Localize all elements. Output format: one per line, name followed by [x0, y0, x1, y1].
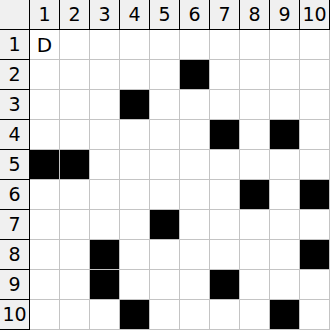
col-header-2: 2	[60, 0, 90, 30]
cell-r6-c2[interactable]	[60, 180, 90, 210]
cell-r1-c7[interactable]	[210, 30, 240, 60]
cell-r2-c5[interactable]	[150, 60, 180, 90]
col-header-5: 5	[150, 0, 180, 30]
col-header-4: 4	[120, 0, 150, 30]
cell-r5-c5[interactable]	[150, 150, 180, 180]
cell-r1-c8[interactable]	[240, 30, 270, 60]
cell-r3-c6[interactable]	[180, 90, 210, 120]
cell-r1-c9[interactable]	[270, 30, 300, 60]
cell-r5-c2[interactable]	[60, 150, 90, 180]
col-header-3: 3	[90, 0, 120, 30]
cell-r4-c1[interactable]	[30, 120, 60, 150]
cell-r5-c6[interactable]	[180, 150, 210, 180]
cell-r10-c9[interactable]	[270, 300, 300, 330]
cell-r6-c5[interactable]	[150, 180, 180, 210]
cell-r10-c4[interactable]	[120, 300, 150, 330]
cell-r4-c6[interactable]	[180, 120, 210, 150]
cell-r6-c9[interactable]	[270, 180, 300, 210]
cell-r1-c4[interactable]	[120, 30, 150, 60]
cell-r3-c7[interactable]	[210, 90, 240, 120]
row-header-8: 8	[0, 240, 30, 270]
cell-r7-c6[interactable]	[180, 210, 210, 240]
row-header-6: 6	[0, 180, 30, 210]
col-header-6: 6	[180, 0, 210, 30]
cell-r2-c2[interactable]	[60, 60, 90, 90]
cell-r10-c8[interactable]	[240, 300, 270, 330]
cell-r3-c2[interactable]	[60, 90, 90, 120]
cell-r3-c4[interactable]	[120, 90, 150, 120]
cell-r2-c8[interactable]	[240, 60, 270, 90]
cell-r8-c6[interactable]	[180, 240, 210, 270]
cell-r7-c2[interactable]	[60, 210, 90, 240]
cell-r6-c10[interactable]	[300, 180, 330, 210]
cell-r6-c8[interactable]	[240, 180, 270, 210]
cell-r3-c10[interactable]	[300, 90, 330, 120]
cell-r4-c5[interactable]	[150, 120, 180, 150]
cell-r7-c7[interactable]	[210, 210, 240, 240]
cell-r9-c7[interactable]	[210, 270, 240, 300]
cell-r1-c1[interactable]: D	[30, 30, 60, 60]
cell-r2-c6[interactable]	[180, 60, 210, 90]
cell-r7-c3[interactable]	[90, 210, 120, 240]
cell-r7-c1[interactable]	[30, 210, 60, 240]
row-header-10: 10	[0, 300, 30, 330]
cell-r2-c7[interactable]	[210, 60, 240, 90]
cell-r2-c3[interactable]	[90, 60, 120, 90]
cell-r4-c8[interactable]	[240, 120, 270, 150]
cell-r2-c1[interactable]	[30, 60, 60, 90]
cell-r5-c9[interactable]	[270, 150, 300, 180]
cell-r3-c1[interactable]	[30, 90, 60, 120]
cell-r3-c3[interactable]	[90, 90, 120, 120]
cell-r1-c2[interactable]	[60, 30, 90, 60]
cell-r4-c9[interactable]	[270, 120, 300, 150]
cell-r4-c7[interactable]	[210, 120, 240, 150]
cell-r2-c9[interactable]	[270, 60, 300, 90]
row-header-7: 7	[0, 210, 30, 240]
cell-r9-c3[interactable]	[90, 270, 120, 300]
cell-r9-c5[interactable]	[150, 270, 180, 300]
cell-r1-c6[interactable]	[180, 30, 210, 60]
cell-r7-c5[interactable]	[150, 210, 180, 240]
cell-r7-c8[interactable]	[240, 210, 270, 240]
cell-r10-c3[interactable]	[90, 300, 120, 330]
row-header-5: 5	[0, 150, 30, 180]
cell-r6-c7[interactable]	[210, 180, 240, 210]
row-header-9: 9	[0, 270, 30, 300]
row-header-4: 4	[0, 120, 30, 150]
col-header-8: 8	[240, 0, 270, 30]
cell-r7-c10[interactable]	[300, 210, 330, 240]
cell-r4-c3[interactable]	[90, 120, 120, 150]
cell-r8-c1[interactable]	[30, 240, 60, 270]
col-header-10: 10	[300, 0, 330, 30]
cell-r5-c1[interactable]	[30, 150, 60, 180]
cell-r10-c2[interactable]	[60, 300, 90, 330]
cell-r6-c3[interactable]	[90, 180, 120, 210]
col-header-7: 7	[210, 0, 240, 30]
cell-r3-c9[interactable]	[270, 90, 300, 120]
cell-r8-c3[interactable]	[90, 240, 120, 270]
cell-r3-c5[interactable]	[150, 90, 180, 120]
cell-r8-c2[interactable]	[60, 240, 90, 270]
row-header-2: 2	[0, 60, 30, 90]
cell-r10-c10[interactable]	[300, 300, 330, 330]
cell-r6-c4[interactable]	[120, 180, 150, 210]
row-header-3: 3	[0, 90, 30, 120]
cell-r9-c6[interactable]	[180, 270, 210, 300]
cell-r8-c9[interactable]	[270, 240, 300, 270]
cell-r9-c1[interactable]	[30, 270, 60, 300]
cell-r2-c10[interactable]	[300, 60, 330, 90]
cell-r9-c8[interactable]	[240, 270, 270, 300]
cell-r8-c8[interactable]	[240, 240, 270, 270]
cell-r4-c10[interactable]	[300, 120, 330, 150]
puzzle-board: 123456789101D2345678910	[0, 0, 330, 330]
cell-r10-c7[interactable]	[210, 300, 240, 330]
cell-r4-c4[interactable]	[120, 120, 150, 150]
cell-r6-c1[interactable]	[30, 180, 60, 210]
cell-r7-c4[interactable]	[120, 210, 150, 240]
cell-r9-c2[interactable]	[60, 270, 90, 300]
cell-r7-c9[interactable]	[270, 210, 300, 240]
cell-r5-c8[interactable]	[240, 150, 270, 180]
cell-r5-c10[interactable]	[300, 150, 330, 180]
cell-r1-c5[interactable]	[150, 30, 180, 60]
cell-r8-c5[interactable]	[150, 240, 180, 270]
cell-r6-c6[interactable]	[180, 180, 210, 210]
cell-r5-c7[interactable]	[210, 150, 240, 180]
row-header-1: 1	[0, 30, 30, 60]
col-header-1: 1	[30, 0, 60, 30]
cell-r1-c10[interactable]	[300, 30, 330, 60]
cell-r10-c5[interactable]	[150, 300, 180, 330]
cell-r5-c4[interactable]	[120, 150, 150, 180]
cell-r10-c1[interactable]	[30, 300, 60, 330]
cell-r9-c4[interactable]	[120, 270, 150, 300]
col-header-9: 9	[270, 0, 300, 30]
cell-r2-c4[interactable]	[120, 60, 150, 90]
cell-r3-c8[interactable]	[240, 90, 270, 120]
cell-r8-c4[interactable]	[120, 240, 150, 270]
cell-r4-c2[interactable]	[60, 120, 90, 150]
corner-cell	[0, 0, 30, 30]
cell-r5-c3[interactable]	[90, 150, 120, 180]
cell-r1-c3[interactable]	[90, 30, 120, 60]
cell-r8-c10[interactable]	[300, 240, 330, 270]
cell-r9-c10[interactable]	[300, 270, 330, 300]
cell-r9-c9[interactable]	[270, 270, 300, 300]
cell-r10-c6[interactable]	[180, 300, 210, 330]
cell-r8-c7[interactable]	[210, 240, 240, 270]
